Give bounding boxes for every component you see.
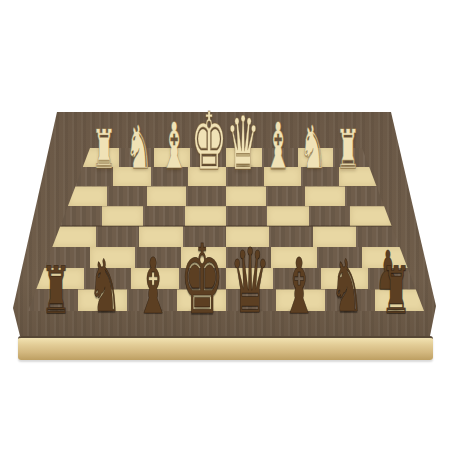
- knight-glyph-icon: ♞: [125, 118, 152, 178]
- rook-glyph-icon: ♜: [92, 123, 117, 177]
- queen-glyph-icon: ♛: [230, 238, 271, 327]
- piece-black-bishop-f8[interactable]: ♝: [129, 266, 178, 320]
- product-photo: ♜♞♝♛♚♝♞♜♜♞♝♛♚♝♞♜♟: [0, 0, 450, 450]
- bishop-glyph-icon: ♝: [159, 115, 188, 179]
- king-glyph-icon: ♚: [180, 232, 224, 328]
- piece-black-knight-b8[interactable]: ♞: [324, 269, 370, 320]
- piece-black-knight-g8[interactable]: ♞: [82, 269, 128, 320]
- knight-glyph-icon: ♞: [88, 252, 121, 324]
- piece-layer: ♜♞♝♛♚♝♞♜♜♞♝♛♚♝♞♜♟: [0, 0, 450, 450]
- bishop-glyph-icon: ♝: [264, 115, 293, 179]
- rook-glyph-icon: ♜: [381, 257, 411, 322]
- bishop-glyph-icon: ♝: [281, 248, 316, 325]
- rook-glyph-icon: ♜: [42, 257, 72, 322]
- piece-white-rook-h1[interactable]: ♜: [87, 136, 121, 174]
- piece-white-bishop-f1[interactable]: ♝: [153, 130, 193, 175]
- knight-glyph-icon: ♞: [331, 252, 364, 324]
- bishop-glyph-icon: ♝: [136, 248, 171, 325]
- piece-black-king-e8[interactable]: ♚: [171, 256, 232, 324]
- piece-black-bishop-c8[interactable]: ♝: [274, 266, 323, 320]
- king-glyph-icon: ♚: [190, 102, 226, 182]
- piece-white-knight-g1[interactable]: ♞: [120, 132, 158, 174]
- rook-glyph-icon: ♜: [336, 123, 361, 177]
- piece-black-rook-h8[interactable]: ♜: [36, 273, 77, 319]
- piece-white-rook-a1[interactable]: ♜: [331, 136, 365, 174]
- piece-black-rook-a8[interactable]: ♜: [375, 273, 416, 319]
- knight-glyph-icon: ♞: [300, 118, 327, 178]
- piece-white-knight-b1[interactable]: ♞: [294, 132, 332, 174]
